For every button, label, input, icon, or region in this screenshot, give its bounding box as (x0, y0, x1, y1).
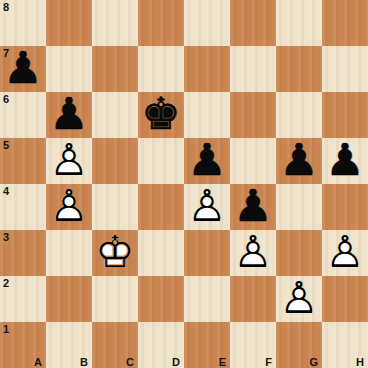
square-a7[interactable]: 7♟ (0, 46, 46, 92)
black-pawn[interactable]: ♟ (184, 138, 230, 184)
black-pawn-glyph: ♟ (184, 137, 230, 183)
square-f3[interactable]: ♟♙ (230, 230, 276, 276)
square-f5[interactable] (230, 138, 276, 184)
square-g4[interactable] (276, 184, 322, 230)
square-a8[interactable]: 8 (0, 0, 46, 46)
square-g3[interactable] (276, 230, 322, 276)
rank-label-2: 2 (3, 277, 9, 289)
white-pawn[interactable]: ♟♙ (322, 230, 368, 276)
white-pawn[interactable]: ♟♙ (46, 138, 92, 184)
square-e6[interactable] (184, 92, 230, 138)
square-g6[interactable] (276, 92, 322, 138)
square-g5[interactable]: ♟ (276, 138, 322, 184)
square-a3[interactable]: 3 (0, 230, 46, 276)
square-f2[interactable] (230, 276, 276, 322)
square-e7[interactable] (184, 46, 230, 92)
square-h2[interactable] (322, 276, 368, 322)
square-d6[interactable]: ♚ (138, 92, 184, 138)
file-label-c: C (126, 356, 134, 368)
rank-label-6: 6 (3, 93, 9, 105)
square-e8[interactable] (184, 0, 230, 46)
square-f4[interactable]: ♟ (230, 184, 276, 230)
black-pawn[interactable]: ♟ (230, 184, 276, 230)
square-a4[interactable]: 4 (0, 184, 46, 230)
file-label-e: E (219, 356, 226, 368)
square-d8[interactable] (138, 0, 184, 46)
white-pawn-outline-glyph: ♙ (230, 229, 276, 275)
black-king[interactable]: ♚ (138, 92, 184, 138)
black-pawn[interactable]: ♟ (46, 92, 92, 138)
square-f7[interactable] (230, 46, 276, 92)
black-pawn-glyph: ♟ (276, 137, 322, 183)
square-d5[interactable] (138, 138, 184, 184)
black-pawn[interactable]: ♟ (276, 138, 322, 184)
white-pawn-outline-glyph: ♙ (184, 183, 230, 229)
square-c8[interactable] (92, 0, 138, 46)
black-pawn-glyph: ♟ (46, 91, 92, 137)
square-c4[interactable] (92, 184, 138, 230)
square-c1[interactable]: C (92, 322, 138, 368)
black-pawn[interactable]: ♟ (322, 138, 368, 184)
square-h1[interactable]: H (322, 322, 368, 368)
file-label-f: F (265, 356, 272, 368)
square-a1[interactable]: 1A (0, 322, 46, 368)
square-b5[interactable]: ♟♙ (46, 138, 92, 184)
square-b2[interactable] (46, 276, 92, 322)
square-h7[interactable] (322, 46, 368, 92)
square-f6[interactable] (230, 92, 276, 138)
square-g1[interactable]: G (276, 322, 322, 368)
square-c2[interactable] (92, 276, 138, 322)
white-pawn[interactable]: ♟♙ (184, 184, 230, 230)
file-label-h: H (356, 356, 364, 368)
square-d4[interactable] (138, 184, 184, 230)
square-d7[interactable] (138, 46, 184, 92)
rank-label-1: 1 (3, 323, 9, 335)
square-c5[interactable] (92, 138, 138, 184)
square-b1[interactable]: B (46, 322, 92, 368)
square-d3[interactable] (138, 230, 184, 276)
square-c6[interactable] (92, 92, 138, 138)
file-label-b: B (80, 356, 88, 368)
file-label-g: G (309, 356, 318, 368)
black-pawn-glyph: ♟ (230, 183, 276, 229)
square-e3[interactable] (184, 230, 230, 276)
chess-board: 87♟6♟♚5♟♙♟♟♟4♟♙♟♙♟3♚♔♟♙♟♙2♟♙1ABCDEFGH (0, 0, 368, 368)
square-e1[interactable]: E (184, 322, 230, 368)
square-e4[interactable]: ♟♙ (184, 184, 230, 230)
file-label-d: D (172, 356, 180, 368)
square-a5[interactable]: 5 (0, 138, 46, 184)
square-e5[interactable]: ♟ (184, 138, 230, 184)
white-pawn-outline-glyph: ♙ (46, 137, 92, 183)
square-d1[interactable]: D (138, 322, 184, 368)
square-b3[interactable] (46, 230, 92, 276)
square-a6[interactable]: 6 (0, 92, 46, 138)
black-pawn-glyph: ♟ (322, 137, 368, 183)
white-king[interactable]: ♚♔ (92, 230, 138, 276)
rank-label-4: 4 (3, 185, 9, 197)
white-pawn[interactable]: ♟♙ (276, 276, 322, 322)
square-b4[interactable]: ♟♙ (46, 184, 92, 230)
square-b7[interactable] (46, 46, 92, 92)
square-h5[interactable]: ♟ (322, 138, 368, 184)
square-d2[interactable] (138, 276, 184, 322)
square-h4[interactable] (322, 184, 368, 230)
square-h3[interactable]: ♟♙ (322, 230, 368, 276)
square-g2[interactable]: ♟♙ (276, 276, 322, 322)
square-h8[interactable] (322, 0, 368, 46)
square-f1[interactable]: F (230, 322, 276, 368)
white-pawn-outline-glyph: ♙ (276, 275, 322, 321)
square-c3[interactable]: ♚♔ (92, 230, 138, 276)
square-b6[interactable]: ♟ (46, 92, 92, 138)
white-king-outline-glyph: ♔ (92, 229, 138, 275)
white-pawn-outline-glyph: ♙ (46, 183, 92, 229)
square-b8[interactable] (46, 0, 92, 46)
rank-label-5: 5 (3, 139, 9, 151)
square-g8[interactable] (276, 0, 322, 46)
rank-label-3: 3 (3, 231, 9, 243)
rank-label-7: 7 (3, 47, 9, 59)
square-f8[interactable] (230, 0, 276, 46)
square-h6[interactable] (322, 92, 368, 138)
black-king-glyph: ♚ (138, 91, 184, 137)
square-c7[interactable] (92, 46, 138, 92)
square-e2[interactable] (184, 276, 230, 322)
square-a2[interactable]: 2 (0, 276, 46, 322)
white-pawn[interactable]: ♟♙ (230, 230, 276, 276)
white-pawn-outline-glyph: ♙ (322, 229, 368, 275)
rank-label-8: 8 (3, 1, 9, 13)
white-pawn[interactable]: ♟♙ (46, 184, 92, 230)
file-label-a: A (34, 356, 42, 368)
square-g7[interactable] (276, 46, 322, 92)
